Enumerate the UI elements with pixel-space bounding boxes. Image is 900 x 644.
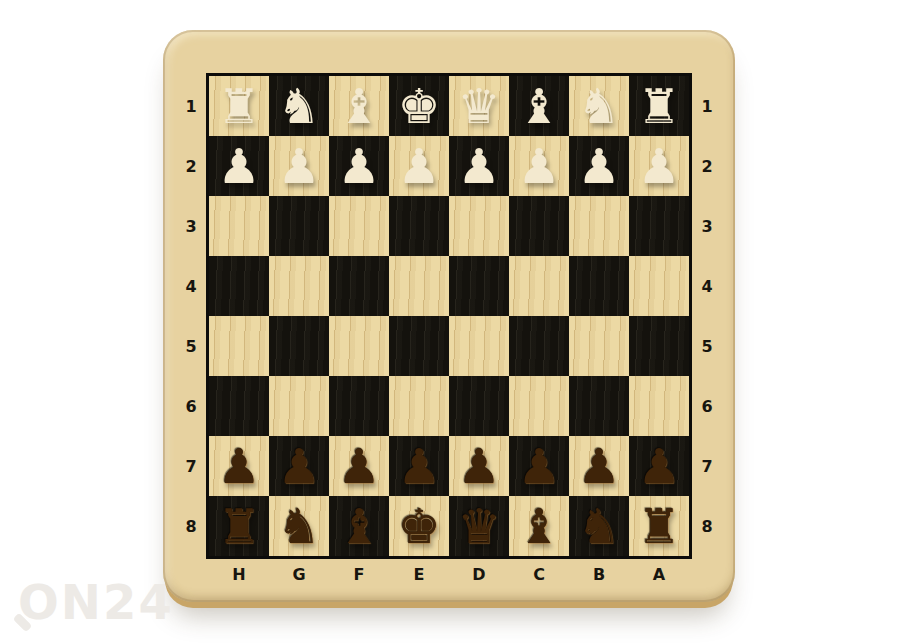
rank-label-right-8: 8 xyxy=(701,517,712,536)
square-e3 xyxy=(389,196,449,256)
rank-label-left-1: 1 xyxy=(185,97,196,116)
square-e4 xyxy=(389,256,449,316)
piece-black-rook: ♜ xyxy=(637,496,680,556)
rank-label-band: 8 xyxy=(689,496,725,556)
square-g1: ♞ xyxy=(269,76,329,136)
rank-label-left-6: 6 xyxy=(185,397,196,416)
square-f1: ♝ xyxy=(329,76,389,136)
file-label-band xyxy=(509,40,569,76)
rank-label-band: 6 xyxy=(689,376,725,436)
file-label-g: G xyxy=(292,565,305,584)
piece-white-pawn: ♟ xyxy=(517,136,560,196)
file-label-h: H xyxy=(232,565,245,584)
frame-corner xyxy=(689,556,725,592)
square-g6 xyxy=(269,376,329,436)
piece-black-pawn: ♟ xyxy=(397,436,440,496)
square-b6 xyxy=(569,376,629,436)
rank-label-band: 1 xyxy=(689,76,725,136)
piece-white-pawn: ♟ xyxy=(457,136,500,196)
rank-label-band: 4 xyxy=(173,256,209,316)
file-label-band: H xyxy=(209,556,269,592)
square-d4 xyxy=(449,256,509,316)
square-a2: ♟ xyxy=(629,136,689,196)
piece-white-pawn: ♟ xyxy=(637,136,680,196)
square-a6 xyxy=(629,376,689,436)
file-label-band xyxy=(569,40,629,76)
piece-white-knight: ♞ xyxy=(277,76,320,136)
square-b3 xyxy=(569,196,629,256)
board-wrap: 1♜♞♝♚♛♝♞♜12♟♟♟♟♟♟♟♟2334455667♟♟♟♟♟♟♟♟78♜… xyxy=(173,40,725,592)
square-b1: ♞ xyxy=(569,76,629,136)
rank-label-right-7: 7 xyxy=(701,457,712,476)
piece-black-knight: ♞ xyxy=(577,496,620,556)
file-label-band xyxy=(269,40,329,76)
square-a8: ♜ xyxy=(629,496,689,556)
file-label-band xyxy=(389,40,449,76)
square-a4 xyxy=(629,256,689,316)
piece-black-knight: ♞ xyxy=(277,496,320,556)
square-d7: ♟ xyxy=(449,436,509,496)
square-b2: ♟ xyxy=(569,136,629,196)
rank-label-right-6: 6 xyxy=(701,397,712,416)
rank-label-band: 5 xyxy=(173,316,209,376)
square-f4 xyxy=(329,256,389,316)
frame-corner xyxy=(173,40,209,76)
file-label-band: D xyxy=(449,556,509,592)
square-a3 xyxy=(629,196,689,256)
file-label-band xyxy=(209,40,269,76)
square-c7: ♟ xyxy=(509,436,569,496)
rank-label-left-4: 4 xyxy=(185,277,196,296)
rank-label-band: 2 xyxy=(173,136,209,196)
rank-label-left-7: 7 xyxy=(185,457,196,476)
file-label-c: C xyxy=(533,565,545,584)
file-label-f: F xyxy=(354,565,365,584)
square-h1: ♜ xyxy=(209,76,269,136)
square-e6 xyxy=(389,376,449,436)
square-h4 xyxy=(209,256,269,316)
square-a7: ♟ xyxy=(629,436,689,496)
square-h6 xyxy=(209,376,269,436)
file-label-band: A xyxy=(629,556,689,592)
file-label-b: B xyxy=(593,565,605,584)
rank-label-band: 5 xyxy=(689,316,725,376)
square-d1: ♛ xyxy=(449,76,509,136)
rank-label-left-2: 2 xyxy=(185,157,196,176)
piece-white-pawn: ♟ xyxy=(577,136,620,196)
square-f8: ♝ xyxy=(329,496,389,556)
piece-black-pawn: ♟ xyxy=(337,436,380,496)
file-label-d: D xyxy=(472,565,485,584)
piece-white-queen: ♛ xyxy=(457,76,500,136)
square-c6 xyxy=(509,376,569,436)
square-d6 xyxy=(449,376,509,436)
piece-black-pawn: ♟ xyxy=(277,436,320,496)
square-a1: ♜ xyxy=(629,76,689,136)
file-label-band: B xyxy=(569,556,629,592)
square-f2: ♟ xyxy=(329,136,389,196)
piece-black-bishop: ♝ xyxy=(337,496,380,556)
rank-label-band: 4 xyxy=(689,256,725,316)
piece-black-king: ♚ xyxy=(397,496,440,556)
file-label-band xyxy=(449,40,509,76)
piece-white-bishop: ♝ xyxy=(337,76,380,136)
square-h5 xyxy=(209,316,269,376)
rank-label-band: 7 xyxy=(173,436,209,496)
frame-corner xyxy=(689,40,725,76)
watermark: ON24 xyxy=(18,574,174,630)
piece-white-bishop: ♝ xyxy=(517,76,560,136)
square-c2: ♟ xyxy=(509,136,569,196)
square-c5 xyxy=(509,316,569,376)
square-h3 xyxy=(209,196,269,256)
square-c1: ♝ xyxy=(509,76,569,136)
piece-white-pawn: ♟ xyxy=(397,136,440,196)
square-e1: ♚ xyxy=(389,76,449,136)
square-c4 xyxy=(509,256,569,316)
piece-black-pawn: ♟ xyxy=(457,436,500,496)
square-f6 xyxy=(329,376,389,436)
photo-stage: 1♜♞♝♚♛♝♞♜12♟♟♟♟♟♟♟♟2334455667♟♟♟♟♟♟♟♟78♜… xyxy=(0,0,900,644)
rank-label-left-3: 3 xyxy=(185,217,196,236)
square-c3 xyxy=(509,196,569,256)
square-g2: ♟ xyxy=(269,136,329,196)
piece-black-pawn: ♟ xyxy=(517,436,560,496)
piece-black-rook: ♜ xyxy=(217,496,260,556)
rank-label-left-8: 8 xyxy=(185,517,196,536)
square-d5 xyxy=(449,316,509,376)
piece-white-pawn: ♟ xyxy=(217,136,260,196)
piece-white-rook: ♜ xyxy=(217,76,260,136)
rank-label-left-5: 5 xyxy=(185,337,196,356)
square-g3 xyxy=(269,196,329,256)
square-e8: ♚ xyxy=(389,496,449,556)
piece-black-bishop: ♝ xyxy=(517,496,560,556)
file-label-e: E xyxy=(414,565,425,584)
chess-board: 1♜♞♝♚♛♝♞♜12♟♟♟♟♟♟♟♟2334455667♟♟♟♟♟♟♟♟78♜… xyxy=(163,30,735,602)
rank-label-band: 6 xyxy=(173,376,209,436)
file-label-band: C xyxy=(509,556,569,592)
square-f3 xyxy=(329,196,389,256)
file-label-band: G xyxy=(269,556,329,592)
rank-label-band: 3 xyxy=(173,196,209,256)
rank-label-band: 2 xyxy=(689,136,725,196)
piece-white-king: ♚ xyxy=(397,76,440,136)
piece-white-rook: ♜ xyxy=(637,76,680,136)
square-g5 xyxy=(269,316,329,376)
square-f7: ♟ xyxy=(329,436,389,496)
piece-white-pawn: ♟ xyxy=(277,136,320,196)
square-g4 xyxy=(269,256,329,316)
rank-label-right-5: 5 xyxy=(701,337,712,356)
piece-white-pawn: ♟ xyxy=(337,136,380,196)
square-h7: ♟ xyxy=(209,436,269,496)
file-label-band: F xyxy=(329,556,389,592)
square-a5 xyxy=(629,316,689,376)
piece-black-pawn: ♟ xyxy=(637,436,680,496)
rank-label-right-3: 3 xyxy=(701,217,712,236)
rank-label-right-1: 1 xyxy=(701,97,712,116)
board-grid: 1♜♞♝♚♛♝♞♜12♟♟♟♟♟♟♟♟2334455667♟♟♟♟♟♟♟♟78♜… xyxy=(173,40,725,592)
square-f5 xyxy=(329,316,389,376)
square-h8: ♜ xyxy=(209,496,269,556)
square-b5 xyxy=(569,316,629,376)
square-b7: ♟ xyxy=(569,436,629,496)
square-d8: ♛ xyxy=(449,496,509,556)
square-b4 xyxy=(569,256,629,316)
frame-corner xyxy=(173,556,209,592)
watermark-text: ON24 xyxy=(18,574,174,630)
file-label-band: E xyxy=(389,556,449,592)
file-label-a: A xyxy=(653,565,665,584)
square-g7: ♟ xyxy=(269,436,329,496)
square-e7: ♟ xyxy=(389,436,449,496)
rank-label-right-2: 2 xyxy=(701,157,712,176)
square-b8: ♞ xyxy=(569,496,629,556)
piece-black-queen: ♛ xyxy=(457,496,500,556)
rank-label-band: 7 xyxy=(689,436,725,496)
rank-label-right-4: 4 xyxy=(701,277,712,296)
rank-label-band: 1 xyxy=(173,76,209,136)
file-label-band xyxy=(329,40,389,76)
piece-black-pawn: ♟ xyxy=(577,436,620,496)
square-h2: ♟ xyxy=(209,136,269,196)
square-d2: ♟ xyxy=(449,136,509,196)
square-g8: ♞ xyxy=(269,496,329,556)
rank-label-band: 3 xyxy=(689,196,725,256)
piece-white-knight: ♞ xyxy=(577,76,620,136)
piece-black-pawn: ♟ xyxy=(217,436,260,496)
rank-label-band: 8 xyxy=(173,496,209,556)
square-e2: ♟ xyxy=(389,136,449,196)
square-c8: ♝ xyxy=(509,496,569,556)
file-label-band xyxy=(629,40,689,76)
square-e5 xyxy=(389,316,449,376)
square-d3 xyxy=(449,196,509,256)
